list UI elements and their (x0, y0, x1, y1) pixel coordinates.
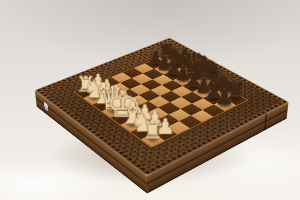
metal-clasp (44, 102, 49, 112)
playing-area: ♜♞♝♛♚♝♞♜♟♟♟♟♟♟♟♟♟♟♟♟♟♟♟♟♜♞♝♛♚♝♞♜ (75, 55, 247, 147)
photo-background: ♜♞♝♛♚♝♞♜♟♟♟♟♟♟♟♟♟♟♟♟♟♟♟♟♜♞♝♛♚♝♞♜ (0, 0, 300, 200)
square-h1: ♜ (141, 133, 165, 147)
fold-seam (264, 113, 267, 131)
square-h7: ♟ (214, 99, 236, 111)
